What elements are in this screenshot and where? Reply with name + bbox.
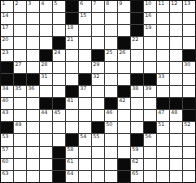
crossword-cell[interactable] [144,171,156,182]
crossword-cell[interactable]: 45 [53,110,65,121]
crossword-cell[interactable]: 64 [66,171,78,182]
crossword-cell[interactable] [105,134,117,145]
crossword-cell[interactable]: 25 [105,50,117,61]
clue-number: 33 [158,74,164,79]
clue-number: 30 [184,62,190,67]
crossword-cell[interactable]: 31 [40,74,52,85]
clue-number: 47 [158,110,164,115]
crossword-cell[interactable] [105,159,117,170]
crossword-cell[interactable] [79,159,91,170]
crossword-cell[interactable] [79,171,91,182]
clue-number: 13 [184,1,190,6]
crossword-cell[interactable]: 29 [92,62,104,73]
clue-number: 6 [80,1,83,6]
crossword-cell[interactable] [27,110,39,121]
crossword-cell[interactable] [27,159,39,170]
black-square [53,98,65,109]
crossword-cell[interactable] [79,98,91,109]
crossword-cell[interactable]: 55 [92,134,104,145]
clue-number: 21 [67,37,73,42]
black-square [27,74,39,85]
black-square [66,13,78,24]
crossword-cell[interactable] [157,134,169,145]
crossword-cell[interactable] [144,98,156,109]
crossword-cell[interactable] [79,37,91,48]
crossword-cell[interactable] [157,37,169,48]
crossword-cell[interactable] [79,110,91,121]
crossword-cell[interactable]: 37 [79,86,91,97]
crossword-cell[interactable] [66,74,78,85]
crossword-cell[interactable] [144,159,156,170]
crossword-cell[interactable] [53,13,65,24]
black-square [131,134,143,145]
black-square [53,159,65,170]
crossword-cell[interactable] [144,37,156,48]
clue-number: 16 [145,13,151,18]
black-square [131,74,143,85]
clue-number: 15 [80,13,86,18]
crossword-cell[interactable] [105,171,117,182]
crossword-cell[interactable] [144,50,156,61]
crossword-cell[interactable]: 61 [66,159,78,170]
crossword-cell[interactable]: 13 [183,1,195,12]
clue-number: 40 [2,98,8,103]
clue-number: 9 [119,1,122,6]
crossword-cell[interactable]: 38 [131,86,143,97]
clue-number: 53 [2,134,8,139]
crossword-cell[interactable]: 59 [131,147,143,158]
crossword-cell[interactable] [183,13,195,24]
crossword-cell[interactable] [105,62,117,73]
crossword-cell[interactable]: 17 [1,25,13,36]
crossword-cell[interactable] [157,25,169,36]
crossword-cell[interactable]: 49 [14,122,26,133]
crossword-cell[interactable]: 4 [40,1,52,12]
crossword-cell[interactable] [92,25,104,36]
crossword-cell[interactable]: 20 [1,37,13,48]
crossword-cell[interactable]: 42 [118,98,130,109]
clue-number: 43 [2,110,8,115]
black-square [92,122,104,133]
crossword-cell[interactable]: 5 [53,1,65,12]
crossword-cell[interactable] [40,13,52,24]
clue-number: 22 [132,37,138,42]
black-square [131,13,143,24]
clue-number: 11 [158,1,164,6]
crossword-cell[interactable] [105,86,117,97]
black-square [92,50,104,61]
clue-number: 32 [93,74,99,79]
crossword-cell[interactable]: 57 [1,147,13,158]
crossword-cell[interactable] [183,171,195,182]
clue-number: 45 [54,110,60,115]
crossword-cell[interactable] [40,37,52,48]
clue-number: 65 [132,171,138,176]
clue-number: 37 [80,86,86,91]
clue-number: 57 [2,147,8,152]
crossword-cell[interactable]: 27 [14,62,26,73]
clue-number: 49 [15,122,21,127]
crossword-cell[interactable] [105,25,117,36]
crossword-cell[interactable] [92,159,104,170]
crossword-cell[interactable]: 19 [144,25,156,36]
crossword-cell[interactable] [170,50,182,61]
crossword-cell[interactable]: 36 [27,86,39,97]
crossword-cell[interactable] [92,147,104,158]
crossword-cell[interactable] [14,98,26,109]
clue-number: 17 [2,25,8,30]
crossword-cell[interactable]: 62 [131,159,143,170]
crossword-cell[interactable]: 39 [144,86,156,97]
black-square [131,1,143,12]
crossword-cell[interactable] [53,74,65,85]
crossword-cell[interactable] [131,122,143,133]
crossword-cell[interactable] [170,134,182,145]
clue-number: 34 [2,86,8,91]
crossword-cell[interactable] [118,13,130,24]
crossword-cell[interactable]: 60 [1,159,13,170]
crossword-cell[interactable] [170,74,182,85]
black-square [1,74,13,85]
black-square [144,122,156,133]
crossword-cell[interactable] [79,50,91,61]
crossword-cell[interactable] [53,62,65,73]
crossword-cell[interactable] [131,110,143,121]
crossword-cell[interactable]: 40 [1,98,13,109]
crossword-cell[interactable]: 33 [157,74,169,85]
clue-number: 46 [106,110,112,115]
crossword-cell[interactable]: 2 [14,1,26,12]
crossword-cell[interactable]: 22 [131,37,143,48]
crossword-cell[interactable]: 34 [1,86,13,97]
crossword-cell[interactable] [131,62,143,73]
crossword-cell[interactable]: 10 [144,1,156,12]
clue-number: 3 [28,1,31,6]
crossword-cell[interactable] [170,62,182,73]
black-square [183,98,195,109]
crossword-cell[interactable] [14,147,26,158]
clue-number: 1 [2,1,5,6]
crossword-board: 1234567891011121314151617181920212223242… [0,0,196,183]
crossword-cell[interactable] [183,159,195,170]
crossword-cell[interactable]: 35 [14,86,26,97]
crossword-cell[interactable]: 15 [79,13,91,24]
crossword-cell[interactable]: 24 [53,50,65,61]
crossword-cell[interactable]: 44 [40,110,52,121]
crossword-cell[interactable]: 43 [1,110,13,121]
clue-number: 23 [2,50,8,55]
crossword-cell[interactable] [14,110,26,121]
crossword-cell[interactable] [118,134,130,145]
black-square [183,50,195,61]
clue-number: 28 [41,62,47,67]
crossword-cell[interactable]: 8 [105,1,117,12]
clue-number: 20 [2,37,8,42]
crossword-cell[interactable]: 50 [105,122,117,133]
clue-number: 26 [119,50,125,55]
crossword-cell[interactable]: 1 [1,1,13,12]
clue-number: 12 [171,1,177,6]
crossword-cell[interactable] [183,74,195,85]
crossword-cell[interactable] [131,98,143,109]
crossword-cell[interactable]: 6 [79,1,91,12]
crossword-cell[interactable]: 47 [157,110,169,121]
crossword-cell[interactable] [27,134,39,145]
crossword-cell[interactable] [53,122,65,133]
crossword-cell[interactable] [40,171,52,182]
black-square [53,37,65,48]
crossword-cell[interactable]: 65 [131,171,143,182]
crossword-cell[interactable] [66,62,78,73]
clue-number: 61 [67,159,73,164]
clue-number: 25 [106,50,112,55]
crossword-cell[interactable]: 16 [144,13,156,24]
crossword-cell[interactable] [14,25,26,36]
crossword-cell[interactable] [27,98,39,109]
crossword-cell[interactable] [27,171,39,182]
crossword-cell[interactable]: 14 [1,13,13,24]
crossword-cell[interactable] [157,147,169,158]
crossword-cell[interactable] [27,122,39,133]
clue-number: 24 [54,50,60,55]
crossword-cell[interactable] [14,159,26,170]
crossword-cell[interactable] [105,13,117,24]
crossword-cell[interactable]: 3 [27,1,39,12]
crossword-cell[interactable] [66,122,78,133]
clue-number: 50 [106,122,112,127]
clue-number: 51 [158,122,164,127]
crossword-cell[interactable] [79,122,91,133]
black-square [118,86,130,97]
crossword-cell[interactable] [105,74,117,85]
crossword-cell[interactable] [157,86,169,97]
clue-number: 29 [93,62,99,67]
clue-number: 38 [132,86,138,91]
black-square [79,74,91,85]
crossword-cell[interactable] [92,98,104,109]
crossword-cell[interactable] [92,171,104,182]
crossword-cell[interactable] [14,50,26,61]
black-square [157,98,169,109]
crossword-cell[interactable] [144,110,156,121]
black-square [1,62,13,73]
crossword-cell[interactable] [40,122,52,133]
crossword-cell[interactable] [27,37,39,48]
clue-number: 7 [93,1,96,6]
crossword-cell[interactable] [14,171,26,182]
crossword-cell[interactable]: 32 [92,74,104,85]
clue-number: 19 [145,25,151,30]
black-square [66,1,78,12]
clue-number: 14 [2,13,8,18]
crossword-cell[interactable] [79,147,91,158]
crossword-cell[interactable] [170,147,182,158]
crossword-cell[interactable] [66,110,78,121]
crossword-cell[interactable] [157,171,169,182]
clue-number: 4 [41,1,44,6]
crossword-cell[interactable] [40,86,52,97]
crossword-cell[interactable] [170,86,182,97]
crossword-cell[interactable]: 12 [170,1,182,12]
black-square [170,98,182,109]
crossword-cell[interactable] [118,110,130,121]
crossword-cell[interactable] [53,25,65,36]
clue-number: 60 [2,159,8,164]
clue-number: 35 [15,86,21,91]
black-square [40,50,52,61]
clue-number: 44 [41,110,47,115]
crossword-cell[interactable] [14,134,26,145]
crossword-cell[interactable] [92,37,104,48]
crossword-cell[interactable]: 63 [1,171,13,182]
black-square [118,159,130,170]
clue-number: 52 [184,122,190,127]
black-square [1,122,13,133]
crossword-cell[interactable] [144,147,156,158]
black-square [40,98,52,109]
black-square [118,171,130,182]
crossword-cell[interactable] [118,122,130,133]
crossword-cell[interactable] [79,25,91,36]
crossword-cell[interactable] [183,37,195,48]
clue-number: 62 [132,159,138,164]
crossword-cell[interactable] [14,37,26,48]
crossword-cell[interactable] [157,13,169,24]
crossword-cell[interactable]: 18 [66,25,78,36]
clue-number: 36 [28,86,34,91]
crossword-cell[interactable] [40,159,52,170]
black-square [118,37,130,48]
crossword-cell[interactable]: 21 [66,37,78,48]
clue-number: 18 [67,25,73,30]
crossword-cell[interactable] [183,147,195,158]
crossword-cell[interactable] [131,50,143,61]
clue-number: 5 [54,1,57,6]
crossword-cell[interactable] [27,147,39,158]
crossword-cell[interactable]: 48 [170,110,182,121]
crossword-cell[interactable] [53,134,65,145]
clue-number: 64 [67,171,73,176]
clue-number: 31 [41,74,47,79]
crossword-cell[interactable] [170,171,182,182]
crossword-cell[interactable] [170,159,182,170]
crossword-cell[interactable] [92,13,104,24]
crossword-cell[interactable] [170,37,182,48]
crossword-cell[interactable]: 58 [66,147,78,158]
crossword-cell[interactable] [40,25,52,36]
crossword-cell[interactable] [157,50,169,61]
crossword-cell[interactable]: 41 [66,98,78,109]
crossword-cell[interactable] [105,147,117,158]
black-square [144,74,156,85]
clue-number: 54 [80,134,86,139]
crossword-cell[interactable] [183,134,195,145]
crossword-cell[interactable] [118,147,130,158]
clue-number: 58 [67,147,73,152]
crossword-cell[interactable] [157,62,169,73]
clue-number: 41 [67,98,73,103]
crossword-cell[interactable]: 51 [157,122,169,133]
clue-number: 10 [145,1,151,6]
clue-number: 39 [145,86,151,91]
crossword-cell[interactable] [118,62,130,73]
crossword-cell[interactable]: 7 [92,1,104,12]
crossword-cell[interactable] [14,13,26,24]
clue-number: 8 [106,1,109,6]
crossword-cell[interactable] [79,62,91,73]
crossword-cell[interactable] [40,147,52,158]
crossword-cell[interactable] [92,86,104,97]
crossword-cell[interactable] [40,134,52,145]
crossword-cell[interactable] [144,62,156,73]
clue-number: 27 [15,62,21,67]
clue-number: 48 [171,110,177,115]
black-square [131,25,143,36]
crossword-cell[interactable] [27,62,39,73]
crossword-cell[interactable] [27,13,39,24]
crossword-cell[interactable]: 54 [79,134,91,145]
crossword-cell[interactable] [118,25,130,36]
crossword-cell[interactable] [170,25,182,36]
crossword-cell[interactable]: 52 [183,122,195,133]
crossword-cell[interactable]: 28 [40,62,52,73]
crossword-cell[interactable]: 9 [118,1,130,12]
crossword-cell[interactable]: 30 [183,62,195,73]
black-square [183,110,195,121]
crossword-cell[interactable] [157,159,169,170]
crossword-cell[interactable]: 56 [144,134,156,145]
black-square [14,74,26,85]
clue-number: 55 [93,134,99,139]
clue-number: 59 [132,147,138,152]
clue-number: 56 [145,134,151,139]
crossword-cell[interactable]: 53 [1,134,13,145]
clue-number: 2 [15,1,18,6]
crossword-cell[interactable] [66,50,78,61]
black-square [66,134,78,145]
crossword-cell[interactable] [92,110,104,121]
clue-number: 63 [2,171,8,176]
crossword-cell[interactable] [118,74,130,85]
black-square [53,147,65,158]
crossword-cell[interactable]: 23 [1,50,13,61]
black-square [66,86,78,97]
clue-number: 42 [119,98,125,103]
crossword-cell[interactable] [27,25,39,36]
crossword-cell[interactable] [170,122,182,133]
crossword-cell[interactable] [27,50,39,61]
crossword-cell[interactable] [183,25,195,36]
crossword-cell[interactable] [183,86,195,97]
crossword-cell[interactable]: 26 [118,50,130,61]
crossword-cell[interactable] [53,86,65,97]
crossword-cell[interactable] [105,37,117,48]
crossword-cell[interactable]: 11 [157,1,169,12]
black-square [53,171,65,182]
black-square [105,98,117,109]
crossword-cell[interactable] [170,13,182,24]
crossword-cell[interactable]: 46 [105,110,117,121]
